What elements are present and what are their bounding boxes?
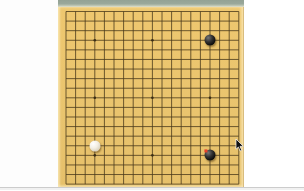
bottom-edge-strip xyxy=(0,187,304,191)
stones-layer: ●○● xyxy=(58,7,244,187)
go-app-window: ●○● xyxy=(58,0,244,190)
letterbox-right xyxy=(243,0,304,190)
window-top-bar xyxy=(58,0,244,7)
screenshot-stage: ●○● xyxy=(0,0,304,190)
mouse-cursor-icon xyxy=(235,139,244,152)
stone-white-D5: ○ xyxy=(89,140,100,151)
stone-black-Q16: ● xyxy=(205,35,216,46)
last-move-marker xyxy=(204,149,207,152)
letterbox-left xyxy=(0,0,58,190)
